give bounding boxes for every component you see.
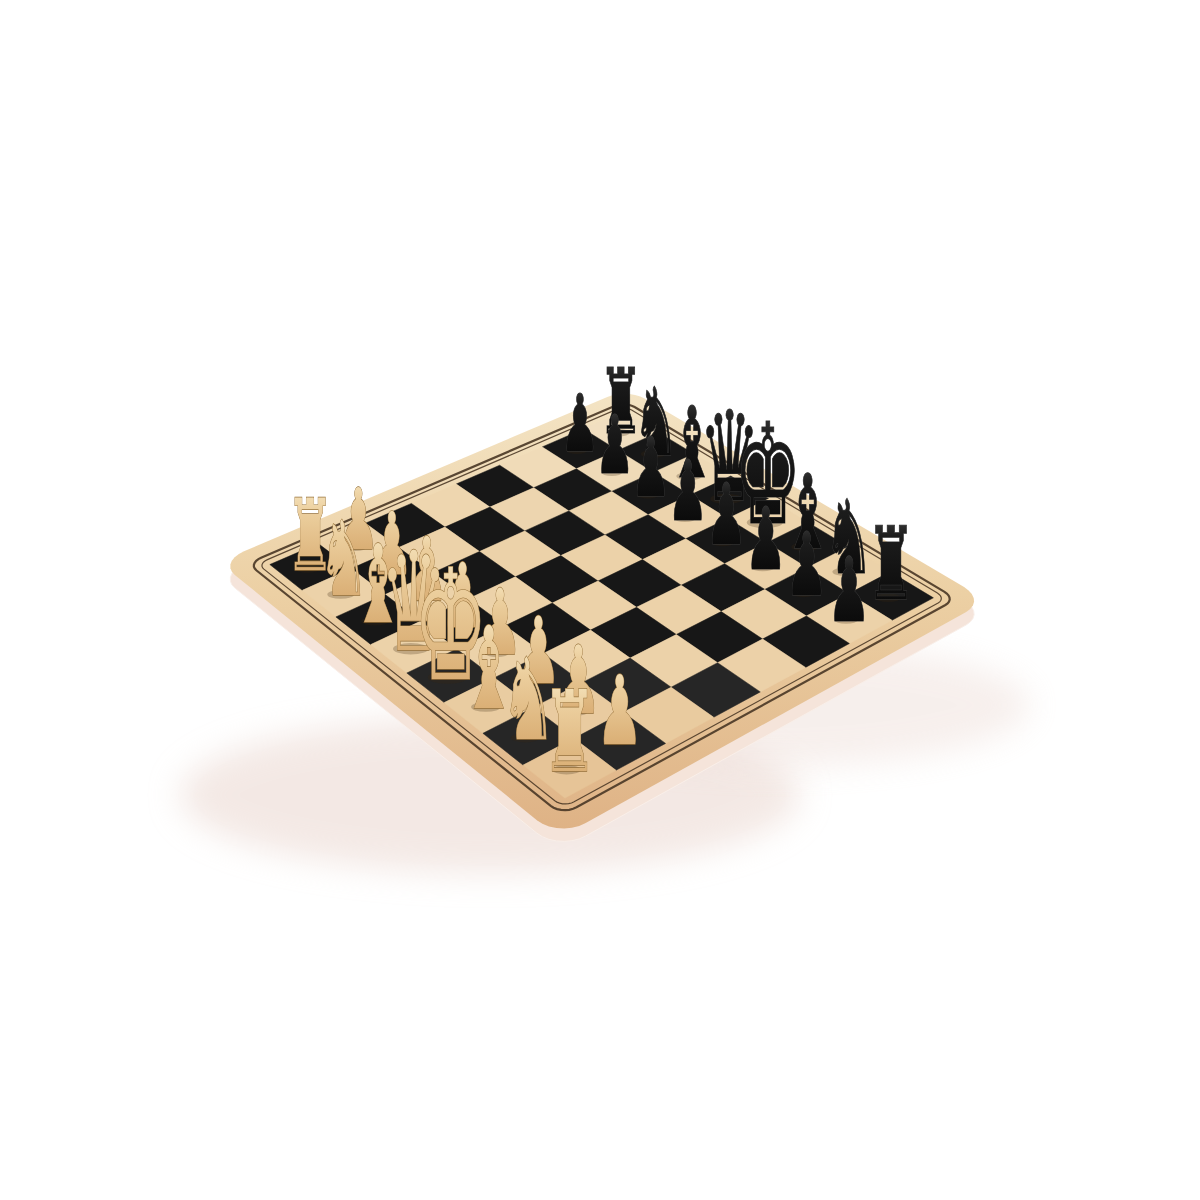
chess-board: ♜︎♟︎♞︎♟︎♝︎♟︎♛︎♟︎♚︎♟︎♝︎♟︎♟︎♜︎♞︎♟︎♟︎♞︎♜︎♟︎…: [0, 0, 1200, 1200]
piece-black-pawn: ♟︎: [705, 465, 747, 563]
piece-black-pawn: ♟︎: [745, 489, 787, 588]
piece-black-pawn: ♟︎: [595, 399, 635, 492]
piece-white-rook: ♜︎: [542, 667, 597, 797]
piece-black-pawn: ♟︎: [668, 443, 709, 540]
product-photo-scene: ♜︎♟︎♞︎♟︎♝︎♟︎♛︎♟︎♚︎♟︎♝︎♟︎♟︎♜︎♞︎♟︎♟︎♞︎♜︎♟︎…: [0, 0, 1200, 1200]
piece-black-pawn: ♟︎: [785, 513, 828, 616]
piece-black-rook: ♜︎: [866, 504, 915, 622]
piece-black-pawn: ♟︎: [561, 377, 600, 470]
piece-black-pawn: ♟︎: [631, 420, 671, 516]
piece-black-pawn: ♟︎: [827, 538, 871, 642]
piece-white-pawn: ♟︎: [596, 655, 643, 767]
